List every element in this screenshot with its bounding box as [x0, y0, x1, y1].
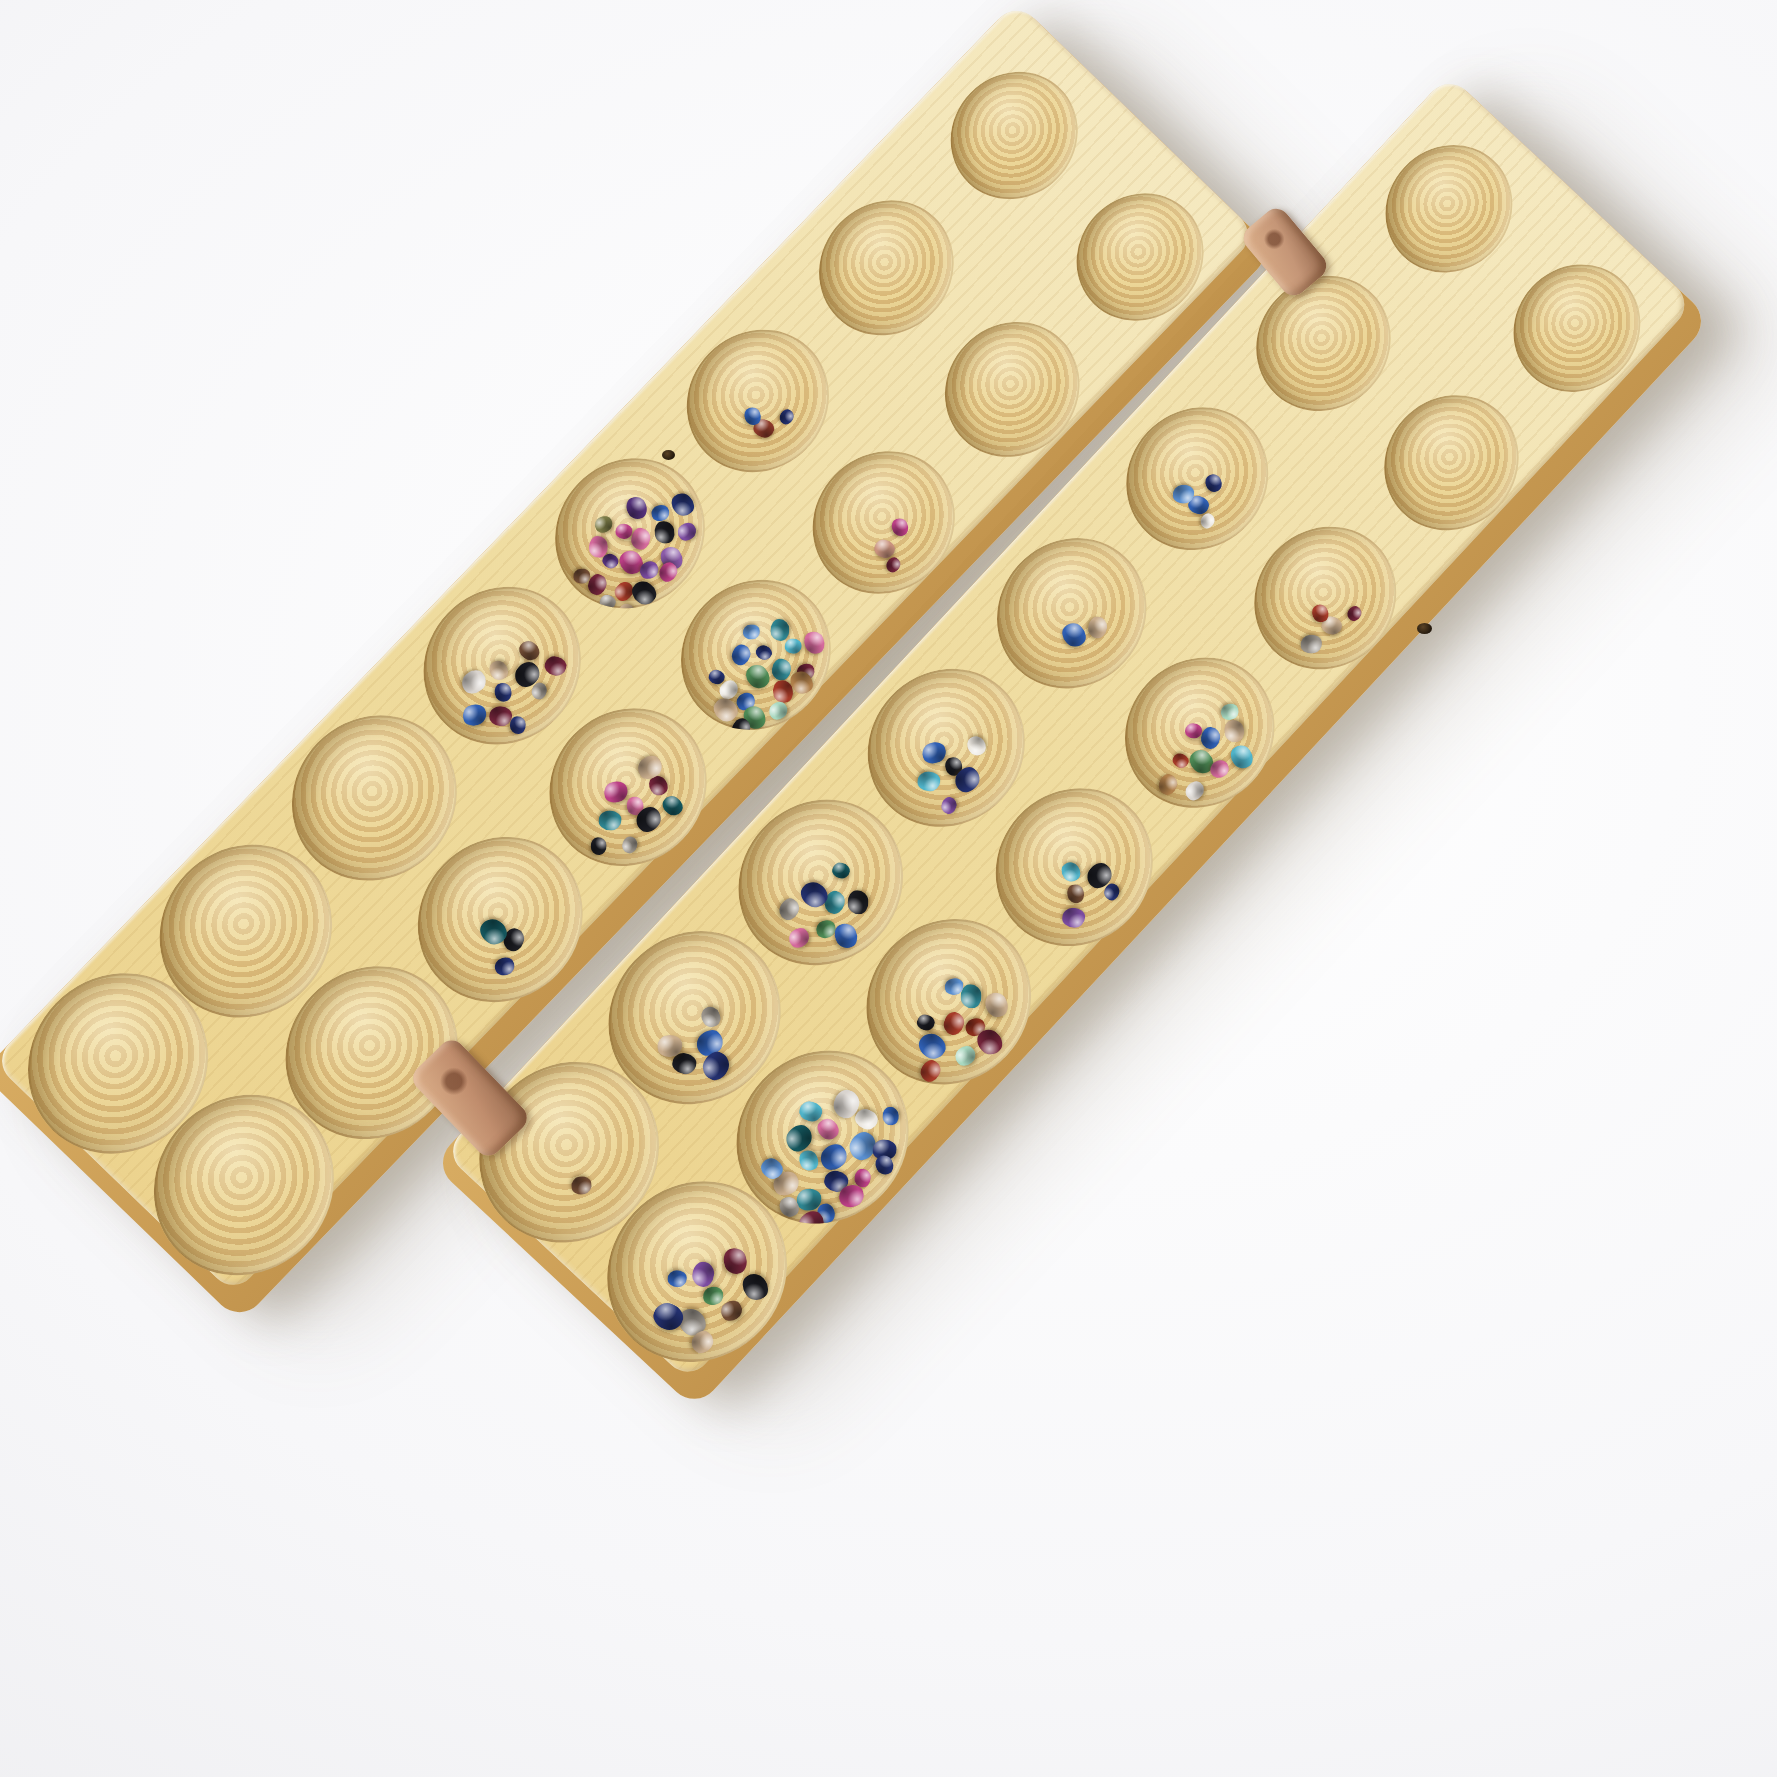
gem-stone: [940, 1009, 966, 1037]
wood-knot: [1417, 623, 1432, 634]
gem-stone: [753, 642, 774, 662]
gem-stone: [699, 1003, 724, 1030]
gem-stone: [1065, 882, 1085, 904]
gem-stone: [1086, 615, 1108, 640]
gem-stone: [691, 1261, 716, 1288]
gem-stone: [1203, 471, 1224, 494]
mancala-product-photo-scene: [0, 0, 1777, 1777]
gem-stone: [485, 657, 511, 683]
gem-stone: [1170, 751, 1191, 771]
gem-stone: [847, 890, 869, 915]
gem-stone: [572, 568, 590, 584]
gem-stone: [1222, 717, 1246, 743]
gem-stone: [830, 861, 851, 880]
gem-stone: [915, 1057, 942, 1086]
pit-bowl: [1050, 167, 1230, 347]
gem-stone: [542, 654, 568, 678]
gem-stone: [742, 624, 760, 640]
gem-stone: [622, 493, 649, 521]
gem-stone: [770, 619, 789, 641]
gem-stone: [883, 1106, 900, 1125]
gem-stone: [1155, 771, 1179, 797]
gem-stone: [614, 522, 632, 538]
gem-stone: [488, 705, 512, 727]
gem-stone: [666, 488, 697, 520]
gem-stone: [569, 1175, 592, 1196]
gem-stone: [619, 834, 639, 855]
gem-stone: [917, 771, 941, 792]
gem-stone: [939, 795, 959, 816]
gem-stone: [1218, 701, 1240, 721]
gem-stone: [590, 836, 606, 854]
gem-stone: [721, 1245, 750, 1276]
gem-stone: [493, 681, 513, 703]
gem-stone: [627, 577, 660, 609]
gem-stone: [510, 715, 526, 733]
gem-stone: [667, 1269, 687, 1286]
gem-stone: [784, 923, 812, 950]
gem-stone: [741, 660, 774, 693]
gem-stone: [1182, 778, 1208, 805]
gem-stone: [659, 792, 687, 819]
gem-stone: [913, 1029, 949, 1064]
gem-stone: [1184, 722, 1202, 738]
gem-stone: [800, 628, 827, 656]
gem-stone: [1057, 619, 1090, 652]
gem-stone: [775, 895, 802, 924]
wood-knot: [662, 450, 675, 460]
gem-stone: [770, 657, 793, 682]
gem-stone: [1057, 858, 1083, 884]
gem-stone: [981, 989, 1011, 1021]
gem-stone: [1345, 603, 1364, 623]
gem-stone: [492, 955, 516, 978]
gem-stone: [592, 513, 615, 535]
gem-stone: [674, 519, 699, 544]
gem-stone: [737, 1268, 773, 1304]
gem-stone: [816, 1138, 852, 1174]
gem-stone: [915, 1012, 936, 1031]
gem-stone: [588, 536, 607, 558]
gem-stone: [1299, 633, 1322, 654]
gem-stone: [919, 739, 948, 766]
gem-stone: [457, 665, 490, 698]
gem-stone: [951, 1042, 979, 1069]
pit-bowl: [1487, 238, 1666, 418]
gem-stone: [601, 778, 630, 805]
gem-stone: [649, 502, 671, 522]
gem-stone: [701, 1285, 724, 1306]
gem-stone: [890, 516, 911, 538]
gem-stone: [777, 406, 797, 426]
gem-stone: [653, 519, 677, 545]
gem-stone: [964, 733, 990, 759]
gem-stone: [783, 637, 801, 653]
gem-stone: [1227, 741, 1257, 772]
gem-stone: [460, 701, 489, 728]
gem-stone: [598, 810, 622, 832]
gem-stone: [615, 602, 637, 626]
gem-stone: [1061, 907, 1085, 928]
gem-stone: [1199, 725, 1221, 750]
gem-stone: [728, 641, 753, 667]
